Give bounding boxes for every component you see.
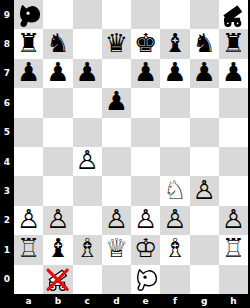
square-b8[interactable]: ♞ <box>43 29 72 58</box>
white-king-piece: ♔ <box>134 235 157 263</box>
white-pawn-piece: ♙ <box>46 206 69 234</box>
square-h2[interactable]: ♙ <box>219 206 248 235</box>
square-f0[interactable] <box>160 265 189 294</box>
white-knight-piece: ♘ <box>163 176 186 204</box>
square-a9[interactable] <box>14 0 43 29</box>
square-b9[interactable] <box>43 0 72 29</box>
square-c7[interactable]: ♟ <box>73 59 102 88</box>
square-a1[interactable]: ♖ <box>14 235 43 264</box>
square-g8[interactable]: ♞ <box>190 29 219 58</box>
black-pawn-piece: ♟ <box>222 59 245 87</box>
square-a7[interactable]: ♟ <box>14 59 43 88</box>
black-pawn-piece: ♟ <box>46 59 69 87</box>
rank-label-0: 0 <box>0 265 14 294</box>
square-b7[interactable]: ♟ <box>43 59 72 88</box>
white-cannon-piece <box>45 266 71 292</box>
square-h3[interactable] <box>219 176 248 205</box>
square-h6[interactable] <box>219 88 248 117</box>
square-g1[interactable] <box>190 235 219 264</box>
square-e4[interactable] <box>131 147 160 176</box>
square-d0[interactable] <box>102 265 131 294</box>
black-pawn-piece: ♟ <box>192 59 215 87</box>
square-f8[interactable]: ♝ <box>160 29 189 58</box>
rank-label-9: 9 <box>0 0 14 29</box>
white-bishop-piece: ♗ <box>75 235 98 263</box>
square-a5[interactable] <box>14 118 43 147</box>
square-b6[interactable] <box>43 88 72 117</box>
square-a3[interactable] <box>14 176 43 205</box>
square-a0[interactable] <box>14 265 43 294</box>
black-leopard-piece <box>16 2 42 28</box>
square-f3[interactable]: ♘ <box>160 176 189 205</box>
square-c5[interactable] <box>73 118 102 147</box>
square-e3[interactable] <box>131 176 160 205</box>
square-e2[interactable]: ♙ <box>131 206 160 235</box>
square-d8[interactable]: ♛ <box>102 29 131 58</box>
rank-label-2: 2 <box>0 206 14 235</box>
file-label-h: h <box>219 294 248 308</box>
square-c9[interactable] <box>73 0 102 29</box>
square-c8[interactable] <box>73 29 102 58</box>
square-g6[interactable] <box>190 88 219 117</box>
square-h1[interactable]: ♖ <box>219 235 248 264</box>
square-e7[interactable]: ♟ <box>131 59 160 88</box>
square-b1[interactable]: ♝ <box>43 235 72 264</box>
square-e1[interactable]: ♔ <box>131 235 160 264</box>
square-h4[interactable] <box>219 147 248 176</box>
square-e5[interactable] <box>131 118 160 147</box>
square-e9[interactable] <box>131 0 160 29</box>
square-h5[interactable] <box>219 118 248 147</box>
square-c4[interactable]: ♙ <box>73 147 102 176</box>
square-d7[interactable] <box>102 59 131 88</box>
square-f6[interactable] <box>160 88 189 117</box>
square-b2[interactable]: ♙ <box>43 206 72 235</box>
square-g2[interactable] <box>190 206 219 235</box>
white-rook-piece: ♖ <box>17 235 40 263</box>
white-rook-piece: ♖ <box>222 235 245 263</box>
black-pawn-piece: ♟ <box>75 59 98 87</box>
file-label-b: b <box>43 294 72 308</box>
square-g3[interactable]: ♙ <box>190 176 219 205</box>
square-g4[interactable] <box>190 147 219 176</box>
square-g9[interactable] <box>190 0 219 29</box>
square-e8[interactable]: ♚ <box>131 29 160 58</box>
rank-label-6: 6 <box>0 88 14 117</box>
black-knight-piece: ♞ <box>192 29 215 57</box>
rank-label-4: 4 <box>0 147 14 176</box>
black-rook-piece: ♜ <box>17 29 40 57</box>
square-g5[interactable] <box>190 118 219 147</box>
square-h9[interactable] <box>219 0 248 29</box>
square-a8[interactable]: ♜ <box>14 29 43 58</box>
square-f9[interactable] <box>160 0 189 29</box>
black-bishop-piece: ♝ <box>163 29 186 57</box>
musketeer-chess-board: 98♜♞♛♚♝♞♜7♟♟♟♟♟♟♟6♟54♙3♘♙2♙♙♙♙♙♙1♖♝♗♕♔♗♖… <box>0 0 250 308</box>
rank-label-1: 1 <box>0 235 14 264</box>
square-d9[interactable] <box>102 0 131 29</box>
white-pawn-piece: ♙ <box>75 147 98 175</box>
square-b4[interactable] <box>43 147 72 176</box>
square-b3[interactable] <box>43 176 72 205</box>
square-e6[interactable] <box>131 88 160 117</box>
square-f7[interactable]: ♟ <box>160 59 189 88</box>
black-pawn-piece: ♟ <box>105 88 128 116</box>
file-label-f: f <box>160 294 189 308</box>
board-grid: 98♜♞♛♚♝♞♜7♟♟♟♟♟♟♟6♟54♙3♘♙2♙♙♙♙♙♙1♖♝♗♕♔♗♖… <box>0 0 248 308</box>
square-c1[interactable]: ♗ <box>73 235 102 264</box>
square-f5[interactable] <box>160 118 189 147</box>
white-pawn-piece: ♙ <box>222 206 245 234</box>
black-knight-piece: ♞ <box>46 29 69 57</box>
square-f1[interactable]: ♗ <box>160 235 189 264</box>
file-label-g: g <box>190 294 219 308</box>
square-d6[interactable]: ♟ <box>102 88 131 117</box>
white-leopard-piece <box>133 266 159 292</box>
white-pawn-piece: ♙ <box>163 206 186 234</box>
file-label-c: c <box>73 294 102 308</box>
file-label-e: e <box>131 294 160 308</box>
corner-cell <box>0 294 14 308</box>
rank-label-3: 3 <box>0 176 14 205</box>
square-b0[interactable] <box>43 265 72 294</box>
square-c2[interactable] <box>73 206 102 235</box>
file-label-d: d <box>102 294 131 308</box>
square-g7[interactable]: ♟ <box>190 59 219 88</box>
square-d5[interactable] <box>102 118 131 147</box>
white-pawn-piece: ♙ <box>192 176 215 204</box>
white-pawn-piece: ♙ <box>134 206 157 234</box>
square-h7[interactable]: ♟ <box>219 59 248 88</box>
black-king-piece: ♚ <box>134 29 157 57</box>
square-d3[interactable] <box>102 176 131 205</box>
square-c3[interactable] <box>73 176 102 205</box>
rank-label-8: 8 <box>0 29 14 58</box>
white-bishop-piece: ♗ <box>163 235 186 263</box>
white-pawn-piece: ♙ <box>105 206 128 234</box>
square-a2[interactable]: ♙ <box>14 206 43 235</box>
black-pawn-piece: ♟ <box>134 59 157 87</box>
square-d2[interactable]: ♙ <box>102 206 131 235</box>
black-queen-piece: ♛ <box>105 29 128 57</box>
square-c0[interactable] <box>73 265 102 294</box>
black-pawn-piece: ♟ <box>17 59 40 87</box>
square-a4[interactable] <box>14 147 43 176</box>
square-h0[interactable] <box>219 265 248 294</box>
square-a6[interactable] <box>14 88 43 117</box>
square-c6[interactable] <box>73 88 102 117</box>
white-queen-piece: ♕ <box>105 235 128 263</box>
rank-label-7: 7 <box>0 59 14 88</box>
black-rook-piece: ♜ <box>222 29 245 57</box>
file-label-a: a <box>14 294 43 308</box>
black-bishop-piece: ♝ <box>46 235 69 263</box>
black-cannon-piece <box>220 2 246 28</box>
square-f4[interactable] <box>160 147 189 176</box>
square-d1[interactable]: ♕ <box>102 235 131 264</box>
square-f2[interactable]: ♙ <box>160 206 189 235</box>
white-pawn-piece: ♙ <box>17 206 40 234</box>
square-b5[interactable] <box>43 118 72 147</box>
square-h8[interactable]: ♜ <box>219 29 248 58</box>
square-g0[interactable] <box>190 265 219 294</box>
square-d4[interactable] <box>102 147 131 176</box>
rank-label-5: 5 <box>0 118 14 147</box>
black-pawn-piece: ♟ <box>163 59 186 87</box>
square-e0[interactable] <box>131 265 160 294</box>
